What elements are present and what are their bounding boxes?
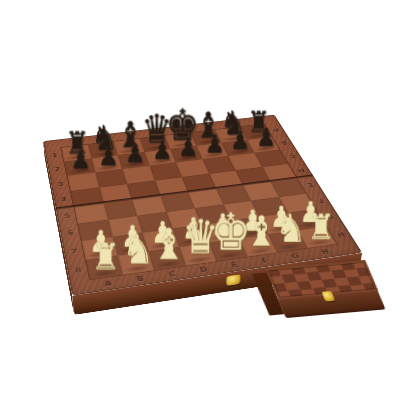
- piece-black-bishop: ♝: [194, 108, 222, 143]
- rank-label: 8: [70, 260, 86, 282]
- rank-label: 1: [48, 148, 61, 163]
- piece-shadow: [245, 246, 275, 256]
- piece-black-rook: ♜: [247, 108, 270, 137]
- rank-label: 3: [54, 176, 68, 192]
- clasp-icon: [226, 274, 240, 286]
- product-photo: 12345678 ABCDEFGH ABCDEFGH ♜♞♝♛♚♝♞♜♟♟♟♟♟…: [0, 0, 410, 410]
- rank-label: 2: [51, 162, 65, 178]
- square-d6: [149, 162, 182, 180]
- square-h3: [278, 193, 315, 213]
- piece-shadow: [122, 264, 153, 274]
- piece-shadow: [122, 161, 148, 168]
- piece-shadow: [215, 250, 245, 260]
- rank-label: 5: [60, 207, 75, 225]
- piece-black-knight: ♞: [91, 121, 118, 155]
- closed-box: [251, 254, 389, 337]
- square-a1: ♜: [86, 255, 123, 279]
- square-f2: ♟: [231, 217, 268, 238]
- piece-black-knight: ♞: [220, 107, 246, 140]
- rank-label: 7: [67, 242, 83, 262]
- piece-shadow: [90, 268, 121, 279]
- rank-label: 6: [63, 224, 78, 243]
- piece-black-bishop: ♝: [116, 116, 144, 151]
